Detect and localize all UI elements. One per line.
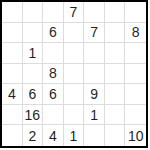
- cell-r1c2[interactable]: [23, 2, 44, 23]
- given-number: 9: [90, 87, 98, 101]
- cell-r6c2: 16: [23, 105, 44, 126]
- cell-r7c1[interactable]: [2, 125, 23, 146]
- cell-r3c7[interactable]: [125, 43, 146, 64]
- cell-r6c3[interactable]: [43, 105, 64, 126]
- cell-r2c4[interactable]: [64, 23, 85, 44]
- cell-r1c5[interactable]: [84, 2, 105, 23]
- given-number: 6: [28, 87, 36, 101]
- given-number: 7: [90, 25, 98, 39]
- cell-r2c7: 8: [125, 23, 146, 44]
- cell-r4c4[interactable]: [64, 64, 85, 85]
- cell-r5c1: 4: [2, 84, 23, 105]
- cell-r5c2: 6: [23, 84, 44, 105]
- cell-r5c5: 9: [84, 84, 105, 105]
- cell-r3c6[interactable]: [105, 43, 126, 64]
- cell-r7c6[interactable]: [105, 125, 126, 146]
- given-number: 4: [49, 129, 57, 143]
- cell-r1c6[interactable]: [105, 2, 126, 23]
- cell-r6c1[interactable]: [2, 105, 23, 126]
- cell-r5c7[interactable]: [125, 84, 146, 105]
- cell-r2c2[interactable]: [23, 23, 44, 44]
- cell-r3c2: 1: [23, 43, 44, 64]
- cell-r5c6[interactable]: [105, 84, 126, 105]
- cell-r6c7[interactable]: [125, 105, 146, 126]
- cell-r2c6[interactable]: [105, 23, 126, 44]
- given-number: 6: [49, 87, 57, 101]
- cell-r3c1[interactable]: [2, 43, 23, 64]
- given-number: 8: [49, 66, 57, 80]
- cell-r5c3: 6: [43, 84, 64, 105]
- cell-r3c3[interactable]: [43, 43, 64, 64]
- cell-r1c1[interactable]: [2, 2, 23, 23]
- given-number: 2: [28, 129, 36, 143]
- puzzle-board: 767818466916124110: [0, 0, 148, 148]
- puzzle-page: 767818466916124110: [0, 0, 150, 150]
- cell-r1c4: 7: [64, 2, 85, 23]
- cell-r7c4: 1: [64, 125, 85, 146]
- given-number: 8: [132, 25, 140, 39]
- cell-r1c7[interactable]: [125, 2, 146, 23]
- given-number: 6: [49, 25, 57, 39]
- cell-r4c3: 8: [43, 64, 64, 85]
- given-number: 1: [28, 46, 36, 60]
- cell-r4c1[interactable]: [2, 64, 23, 85]
- given-number: 1: [90, 108, 98, 122]
- cell-r3c4[interactable]: [64, 43, 85, 64]
- cell-r7c3: 4: [43, 125, 64, 146]
- cell-r4c6[interactable]: [105, 64, 126, 85]
- cell-r1c3[interactable]: [43, 2, 64, 23]
- given-number: 16: [25, 108, 41, 122]
- cell-r4c5[interactable]: [84, 64, 105, 85]
- cell-r3c5[interactable]: [84, 43, 105, 64]
- given-number: 4: [8, 87, 16, 101]
- cell-r2c5: 7: [84, 23, 105, 44]
- given-number: 1: [70, 129, 78, 143]
- cell-r5c4[interactable]: [64, 84, 85, 105]
- cell-r7c5[interactable]: [84, 125, 105, 146]
- cell-r7c2: 2: [23, 125, 44, 146]
- cell-r4c7[interactable]: [125, 64, 146, 85]
- cell-r2c1[interactable]: [2, 23, 23, 44]
- given-number: 7: [70, 5, 78, 19]
- cell-r7c7: 10: [125, 125, 146, 146]
- cell-r4c2[interactable]: [23, 64, 44, 85]
- cell-r2c3: 6: [43, 23, 64, 44]
- cell-r6c5: 1: [84, 105, 105, 126]
- cell-r6c6[interactable]: [105, 105, 126, 126]
- cell-r6c4[interactable]: [64, 105, 85, 126]
- given-number: 10: [128, 129, 144, 143]
